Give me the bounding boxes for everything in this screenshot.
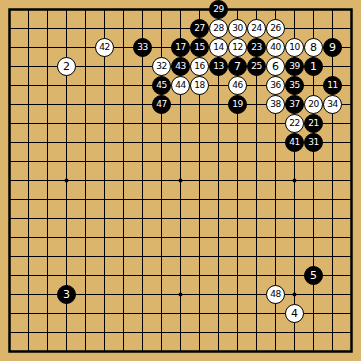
stone-black-5: 5 <box>304 266 323 285</box>
stone-number: 1 <box>310 61 317 72</box>
stone-black-33: 33 <box>133 38 152 57</box>
stone-white-22: 22 <box>285 114 304 133</box>
stone-black-27: 27 <box>190 19 209 38</box>
stone-number: 41 <box>289 138 299 147</box>
stone-white-28: 28 <box>209 19 228 38</box>
stone-number: 25 <box>251 62 261 71</box>
stone-number: 16 <box>194 62 204 71</box>
stone-black-13: 13 <box>209 57 228 76</box>
stone-black-1: 1 <box>304 57 323 76</box>
stone-white-2: 2 <box>57 57 76 76</box>
stone-white-38: 38 <box>266 95 285 114</box>
stone-black-11: 11 <box>323 76 342 95</box>
stone-white-30: 30 <box>228 19 247 38</box>
stone-black-37: 37 <box>285 95 304 114</box>
stone-white-34: 34 <box>323 95 342 114</box>
stone-black-15: 15 <box>190 38 209 57</box>
stone-black-39: 39 <box>285 57 304 76</box>
stone-black-41: 41 <box>285 133 304 152</box>
stone-white-6: 6 <box>266 57 285 76</box>
stone-number: 15 <box>194 43 204 52</box>
stone-number: 38 <box>270 100 280 109</box>
stone-number: 21 <box>308 119 318 128</box>
stone-white-8: 8 <box>304 38 323 57</box>
stone-number: 6 <box>272 61 279 72</box>
stone-number: 26 <box>270 24 280 33</box>
stone-number: 46 <box>232 81 242 90</box>
stone-black-47: 47 <box>152 95 171 114</box>
stone-number: 24 <box>251 24 261 33</box>
stone-number: 19 <box>232 100 242 109</box>
stone-white-18: 18 <box>190 76 209 95</box>
stone-black-3: 3 <box>57 285 76 304</box>
stone-white-16: 16 <box>190 57 209 76</box>
stone-number: 45 <box>156 81 166 90</box>
stone-number: 29 <box>213 5 223 14</box>
stone-white-40: 40 <box>266 38 285 57</box>
stone-number: 30 <box>232 24 242 33</box>
stone-white-12: 12 <box>228 38 247 57</box>
stone-number: 44 <box>175 81 185 90</box>
stone-number: 8 <box>310 42 317 53</box>
stone-number: 11 <box>327 81 337 90</box>
stone-white-42: 42 <box>95 38 114 57</box>
stone-number: 27 <box>194 24 204 33</box>
stone-black-9: 9 <box>323 38 342 57</box>
stone-number: 28 <box>213 24 223 33</box>
stone-number: 47 <box>156 100 166 109</box>
stone-number: 20 <box>308 100 318 109</box>
stone-white-20: 20 <box>304 95 323 114</box>
stone-number: 3 <box>63 289 70 300</box>
stone-black-45: 45 <box>152 76 171 95</box>
stone-number: 36 <box>270 81 280 90</box>
stone-number: 40 <box>270 43 280 52</box>
stone-number: 32 <box>156 62 166 71</box>
stone-white-48: 48 <box>266 285 285 304</box>
stone-number: 5 <box>310 270 317 281</box>
stone-number: 42 <box>99 43 109 52</box>
stone-number: 39 <box>289 62 299 71</box>
stone-number: 10 <box>289 43 299 52</box>
stone-white-14: 14 <box>209 38 228 57</box>
stone-white-24: 24 <box>247 19 266 38</box>
stone-black-25: 25 <box>247 57 266 76</box>
stone-number: 2 <box>63 61 70 72</box>
stone-number: 43 <box>175 62 185 71</box>
stone-number: 4 <box>291 308 298 319</box>
stone-white-44: 44 <box>171 76 190 95</box>
stone-number: 34 <box>327 100 337 109</box>
stone-white-36: 36 <box>266 76 285 95</box>
stone-number: 33 <box>137 43 147 52</box>
stone-number: 9 <box>329 42 336 53</box>
stone-number: 23 <box>251 43 261 52</box>
stone-number: 7 <box>234 61 241 72</box>
stone-white-32: 32 <box>152 57 171 76</box>
stone-black-29: 29 <box>209 0 228 19</box>
stone-number: 18 <box>194 81 204 90</box>
stone-number: 14 <box>213 43 223 52</box>
stone-number: 13 <box>213 62 223 71</box>
go-board: 1234567891011121314151617181920212223242… <box>0 0 361 361</box>
stone-number: 31 <box>308 138 318 147</box>
stone-number: 48 <box>270 290 280 299</box>
stone-black-17: 17 <box>171 38 190 57</box>
stone-black-7: 7 <box>228 57 247 76</box>
stone-number: 35 <box>289 81 299 90</box>
stone-black-31: 31 <box>304 133 323 152</box>
stone-white-46: 46 <box>228 76 247 95</box>
stone-black-23: 23 <box>247 38 266 57</box>
stone-number: 22 <box>289 119 299 128</box>
stone-white-10: 10 <box>285 38 304 57</box>
stone-black-19: 19 <box>228 95 247 114</box>
stone-number: 37 <box>289 100 299 109</box>
stones-layer: 1234567891011121314151617181920212223242… <box>0 0 361 361</box>
stone-black-43: 43 <box>171 57 190 76</box>
stone-white-26: 26 <box>266 19 285 38</box>
stone-number: 12 <box>232 43 242 52</box>
stone-black-35: 35 <box>285 76 304 95</box>
stone-black-21: 21 <box>304 114 323 133</box>
stone-white-4: 4 <box>285 304 304 323</box>
stone-number: 17 <box>175 43 185 52</box>
